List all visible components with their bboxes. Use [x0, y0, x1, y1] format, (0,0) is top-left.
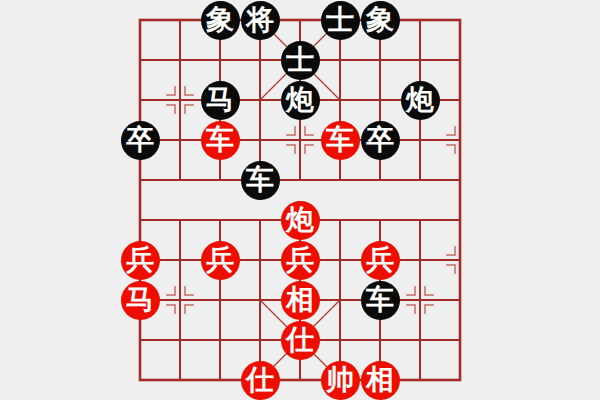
piece-black-elephant[interactable]: 象: [201, 1, 240, 40]
piece-red-soldier[interactable]: 兵: [201, 241, 240, 280]
piece-black-chariot[interactable]: 车: [361, 281, 400, 320]
piece-red-king[interactable]: 帅: [321, 361, 360, 400]
piece-red-cannon[interactable]: 炮: [281, 201, 320, 240]
piece-red-elephant[interactable]: 相: [281, 281, 320, 320]
piece-black-soldier[interactable]: 卒: [121, 121, 160, 160]
piece-black-general[interactable]: 将: [241, 1, 280, 40]
piece-red-elephant[interactable]: 相: [361, 361, 400, 400]
piece-black-elephant[interactable]: 象: [361, 1, 400, 40]
piece-black-cannon[interactable]: 炮: [401, 81, 440, 120]
piece-black-horse[interactable]: 马: [201, 81, 240, 120]
piece-red-soldier[interactable]: 兵: [361, 241, 400, 280]
piece-layer: 象将士象士马炮炮卒车车卒车炮兵兵兵兵马相车仕仕帅相: [120, 0, 480, 400]
piece-black-soldier[interactable]: 卒: [361, 121, 400, 160]
piece-red-soldier[interactable]: 兵: [281, 241, 320, 280]
piece-black-advisor[interactable]: 士: [321, 1, 360, 40]
piece-red-soldier[interactable]: 兵: [121, 241, 160, 280]
xiangqi-app: 象将士象士马炮炮卒车车卒车炮兵兵兵兵马相车仕仕帅相: [0, 0, 600, 400]
piece-red-advisor[interactable]: 仕: [281, 321, 320, 360]
piece-red-chariot[interactable]: 车: [321, 121, 360, 160]
piece-black-advisor[interactable]: 士: [281, 41, 320, 80]
piece-red-chariot[interactable]: 车: [201, 121, 240, 160]
piece-red-horse[interactable]: 马: [121, 281, 160, 320]
piece-black-chariot[interactable]: 车: [241, 161, 280, 200]
piece-red-advisor[interactable]: 仕: [241, 361, 280, 400]
piece-black-cannon[interactable]: 炮: [281, 81, 320, 120]
